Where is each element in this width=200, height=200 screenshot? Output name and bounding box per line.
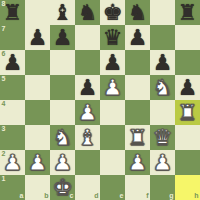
square-c3[interactable]: ♞	[50, 125, 75, 150]
piece-white-knight[interactable]: ♞	[53, 125, 73, 150]
piece-black-knight[interactable]: ♞	[78, 0, 98, 25]
square-b8[interactable]	[25, 0, 50, 25]
piece-black-rook[interactable]: ♜	[178, 0, 198, 25]
piece-white-pawn[interactable]: ♟	[78, 100, 98, 125]
square-f1[interactable]: f	[125, 175, 150, 200]
square-b3[interactable]	[25, 125, 50, 150]
rank-label-3: 3	[2, 125, 6, 133]
file-label-h: h	[194, 192, 198, 200]
square-c2[interactable]: ♟	[50, 150, 75, 175]
square-c8[interactable]: ♝	[50, 0, 75, 25]
piece-white-pawn[interactable]: ♟	[153, 150, 173, 175]
square-e5[interactable]: ♟	[100, 75, 125, 100]
square-b5[interactable]	[25, 75, 50, 100]
square-c7[interactable]: ♟	[50, 25, 75, 50]
square-h2[interactable]	[175, 150, 200, 175]
square-a3[interactable]: 3	[0, 125, 25, 150]
file-label-d: d	[94, 192, 98, 200]
piece-white-pawn[interactable]: ♟	[3, 150, 23, 175]
square-h7[interactable]	[175, 25, 200, 50]
square-a7[interactable]: 7	[0, 25, 25, 50]
square-a2[interactable]: 2♟	[0, 150, 25, 175]
square-f4[interactable]	[125, 100, 150, 125]
rank-label-7: 7	[2, 25, 6, 33]
square-f6[interactable]	[125, 50, 150, 75]
square-d8[interactable]: ♞	[75, 0, 100, 25]
square-b1[interactable]: b	[25, 175, 50, 200]
square-d4[interactable]: ♟	[75, 100, 100, 125]
square-f2[interactable]: ♟	[125, 150, 150, 175]
square-d5[interactable]: ♟	[75, 75, 100, 100]
square-f8[interactable]: ♞	[125, 0, 150, 25]
square-h8[interactable]: ♜	[175, 0, 200, 25]
piece-black-pawn[interactable]: ♟	[103, 50, 123, 75]
square-e4[interactable]	[100, 100, 125, 125]
square-h4[interactable]: ♜	[175, 100, 200, 125]
piece-black-queen[interactable]: ♛	[103, 25, 123, 50]
square-e1[interactable]: e	[100, 175, 125, 200]
piece-white-knight[interactable]: ♞	[153, 75, 173, 100]
piece-white-king[interactable]: ♚	[53, 175, 73, 200]
piece-white-pawn[interactable]: ♟	[103, 75, 123, 100]
square-a6[interactable]: 6♟	[0, 50, 25, 75]
square-h5[interactable]: ♟	[175, 75, 200, 100]
file-label-f: f	[146, 192, 148, 200]
square-d3[interactable]: ♝	[75, 125, 100, 150]
piece-white-bishop[interactable]: ♝	[78, 125, 98, 150]
square-f5[interactable]	[125, 75, 150, 100]
square-d6[interactable]	[75, 50, 100, 75]
square-f3[interactable]: ♜	[125, 125, 150, 150]
square-f7[interactable]: ♟	[125, 25, 150, 50]
file-label-a: a	[20, 192, 24, 200]
square-h3[interactable]	[175, 125, 200, 150]
square-d2[interactable]	[75, 150, 100, 175]
square-a5[interactable]: 5	[0, 75, 25, 100]
piece-black-pawn[interactable]: ♟	[178, 75, 198, 100]
square-b2[interactable]: ♟	[25, 150, 50, 175]
piece-black-pawn[interactable]: ♟	[153, 50, 173, 75]
rank-label-1: 1	[2, 175, 6, 183]
square-g4[interactable]	[150, 100, 175, 125]
square-d7[interactable]	[75, 25, 100, 50]
square-h6[interactable]	[175, 50, 200, 75]
piece-black-pawn[interactable]: ♟	[3, 50, 23, 75]
piece-black-rook[interactable]: ♜	[3, 0, 23, 25]
piece-white-rook[interactable]: ♜	[178, 100, 198, 125]
piece-white-rook[interactable]: ♜	[128, 125, 148, 150]
square-e7[interactable]: ♛	[100, 25, 125, 50]
square-e8[interactable]: ♚	[100, 0, 125, 25]
piece-white-pawn[interactable]: ♟	[128, 150, 148, 175]
piece-black-pawn[interactable]: ♟	[78, 75, 98, 100]
rank-label-4: 4	[2, 100, 6, 108]
square-c4[interactable]	[50, 100, 75, 125]
piece-white-pawn[interactable]: ♟	[53, 150, 73, 175]
square-g7[interactable]	[150, 25, 175, 50]
file-label-b: b	[44, 192, 48, 200]
square-c1[interactable]: c♚	[50, 175, 75, 200]
square-g3[interactable]: ♛	[150, 125, 175, 150]
square-a4[interactable]: 4	[0, 100, 25, 125]
square-d1[interactable]: d	[75, 175, 100, 200]
piece-black-pawn[interactable]: ♟	[28, 25, 48, 50]
rank-label-5: 5	[2, 75, 6, 83]
square-h1[interactable]: h	[175, 175, 200, 200]
chess-board[interactable]: 8♜♝♞♚♞♜7♟♟♛♟6♟♟♟5♟♟♞♟4♟♜3♞♝♜♛2♟♟♟♟♟1abc♚…	[0, 0, 200, 200]
piece-black-knight[interactable]: ♞	[128, 0, 148, 25]
square-g2[interactable]: ♟	[150, 150, 175, 175]
square-a8[interactable]: 8♜	[0, 0, 25, 25]
piece-white-pawn[interactable]: ♟	[28, 150, 48, 175]
square-b6[interactable]	[25, 50, 50, 75]
piece-black-pawn[interactable]: ♟	[128, 25, 148, 50]
square-e2[interactable]	[100, 150, 125, 175]
square-a1[interactable]: 1a	[0, 175, 25, 200]
square-g6[interactable]: ♟	[150, 50, 175, 75]
square-c5[interactable]	[50, 75, 75, 100]
piece-black-bishop[interactable]: ♝	[53, 0, 73, 25]
square-g1[interactable]: g	[150, 175, 175, 200]
file-label-g: g	[169, 192, 173, 200]
square-g8[interactable]	[150, 0, 175, 25]
file-label-e: e	[120, 192, 124, 200]
square-g5[interactable]: ♞	[150, 75, 175, 100]
piece-white-queen[interactable]: ♛	[153, 125, 173, 150]
square-c6[interactable]	[50, 50, 75, 75]
square-b4[interactable]	[25, 100, 50, 125]
piece-black-pawn[interactable]: ♟	[53, 25, 73, 50]
square-e3[interactable]	[100, 125, 125, 150]
square-b7[interactable]: ♟	[25, 25, 50, 50]
piece-black-king[interactable]: ♚	[103, 0, 123, 25]
square-e6[interactable]: ♟	[100, 50, 125, 75]
